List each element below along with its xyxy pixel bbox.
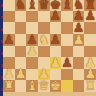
square-c5[interactable]: ♟ xyxy=(26,34,38,46)
square-d2[interactable]: ♟ xyxy=(38,69,50,81)
square-h3[interactable]: ♟ xyxy=(84,57,96,69)
square-b5[interactable] xyxy=(15,34,27,46)
square-f8[interactable]: ♝ xyxy=(61,0,73,11)
piece-black-pawn[interactable]: ♟ xyxy=(50,9,62,22)
square-f6[interactable] xyxy=(61,22,73,34)
piece-black-knight[interactable]: ♞ xyxy=(73,0,85,11)
square-f5[interactable] xyxy=(61,34,73,46)
rank-label-6: 6 xyxy=(0,24,3,36)
chess-board: 87654321 ♞♝♛♚♝♞♜♟♟♟♟♟♟♞♟♟♟♟♟♟♟♟♟♟♜♝♛♚♜ xyxy=(0,0,96,96)
piece-white-pawn[interactable]: ♟ xyxy=(15,67,27,80)
square-g8[interactable]: ♞ xyxy=(73,0,85,11)
piece-black-pawn[interactable]: ♟ xyxy=(84,9,96,22)
square-h8[interactable]: ♜ xyxy=(84,0,96,11)
square-g5[interactable]: ♟ xyxy=(73,34,85,46)
board-squares: ♞♝♛♚♝♞♜♟♟♟♟♟♟♞♟♟♟♟♟♟♟♟♟♟♜♝♛♚♜ xyxy=(3,0,96,92)
piece-black-pawn[interactable]: ♟ xyxy=(73,21,85,34)
piece-black-king[interactable]: ♚ xyxy=(50,0,62,11)
square-b1[interactable] xyxy=(15,80,27,92)
piece-black-pawn[interactable]: ♟ xyxy=(26,33,38,46)
square-c8[interactable]: ♝ xyxy=(26,0,38,11)
square-c4[interactable]: ♟ xyxy=(26,46,38,58)
square-e7[interactable]: ♟ xyxy=(50,11,62,23)
square-f7[interactable] xyxy=(61,11,73,23)
rank-label-2: 2 xyxy=(0,72,3,84)
square-a2[interactable]: ♟ xyxy=(3,69,15,81)
rank-label-8: 8 xyxy=(0,0,3,12)
square-g7[interactable]: ♟ xyxy=(73,11,85,23)
piece-white-pawn[interactable]: ♟ xyxy=(73,33,85,46)
square-e3[interactable]: ♟ xyxy=(50,57,62,69)
piece-white-pawn[interactable]: ♟ xyxy=(84,67,96,80)
piece-white-pawn[interactable]: ♟ xyxy=(38,67,50,80)
square-a3[interactable] xyxy=(3,57,15,69)
square-e6[interactable] xyxy=(50,22,62,34)
square-c6[interactable] xyxy=(26,22,38,34)
square-c2[interactable] xyxy=(26,69,38,81)
square-d1[interactable]: ♛ xyxy=(38,80,50,92)
square-f3[interactable]: ♟ xyxy=(61,57,73,69)
square-d4[interactable] xyxy=(38,46,50,58)
square-b8[interactable]: ♞ xyxy=(15,0,27,11)
piece-black-pawn[interactable]: ♟ xyxy=(73,9,85,22)
piece-white-knight[interactable]: ♞ xyxy=(38,33,50,46)
square-b2[interactable]: ♟ xyxy=(15,69,27,81)
piece-white-king[interactable]: ♚ xyxy=(50,79,62,92)
piece-black-knight[interactable]: ♞ xyxy=(15,0,27,11)
square-h6[interactable] xyxy=(84,22,96,34)
square-g6[interactable]: ♟ xyxy=(73,22,85,34)
square-a6[interactable] xyxy=(3,22,15,34)
square-g1[interactable] xyxy=(73,80,85,92)
piece-white-pawn[interactable]: ♟ xyxy=(50,56,62,69)
piece-black-bishop[interactable]: ♝ xyxy=(26,0,38,11)
square-e4[interactable] xyxy=(50,46,62,58)
piece-black-bishop[interactable]: ♝ xyxy=(61,0,73,11)
square-e8[interactable]: ♚ xyxy=(50,0,62,11)
square-a5[interactable]: ♟ xyxy=(3,34,15,46)
piece-white-queen[interactable]: ♛ xyxy=(38,79,50,92)
square-h5[interactable] xyxy=(84,34,96,46)
square-a8[interactable] xyxy=(3,0,15,11)
rank-label-5: 5 xyxy=(0,36,3,48)
square-h7[interactable]: ♟ xyxy=(84,11,96,23)
square-b7[interactable] xyxy=(15,11,27,23)
square-d7[interactable] xyxy=(38,11,50,23)
square-e2[interactable] xyxy=(50,69,62,81)
square-e1[interactable]: ♚ xyxy=(50,80,62,92)
piece-black-queen[interactable]: ♛ xyxy=(38,0,50,11)
rank-label-7: 7 xyxy=(0,12,3,24)
square-b4[interactable] xyxy=(15,46,27,58)
piece-white-bishop[interactable]: ♝ xyxy=(26,79,38,92)
square-c1[interactable]: ♝ xyxy=(26,80,38,92)
square-f2[interactable] xyxy=(61,69,73,81)
square-d8[interactable]: ♛ xyxy=(38,0,50,11)
square-h1[interactable]: ♜ xyxy=(84,80,96,92)
square-g4[interactable] xyxy=(73,46,85,58)
square-g2[interactable] xyxy=(73,69,85,81)
square-e5[interactable]: ♟ xyxy=(50,34,62,46)
square-a1[interactable]: ♜ xyxy=(3,80,15,92)
piece-black-pawn[interactable]: ♟ xyxy=(3,33,15,46)
square-h2[interactable]: ♟ xyxy=(84,69,96,81)
square-d6[interactable] xyxy=(38,22,50,34)
piece-white-pawn[interactable]: ♟ xyxy=(3,67,15,80)
piece-black-pawn[interactable]: ♟ xyxy=(50,33,62,46)
square-g3[interactable] xyxy=(73,57,85,69)
square-c7[interactable] xyxy=(26,11,38,23)
square-b3[interactable] xyxy=(15,57,27,69)
square-a7[interactable] xyxy=(3,11,15,23)
square-c3[interactable] xyxy=(26,57,38,69)
piece-black-rook[interactable]: ♜ xyxy=(84,0,96,11)
piece-white-pawn[interactable]: ♟ xyxy=(26,44,38,57)
board-border-bottom xyxy=(3,92,96,96)
square-h4[interactable] xyxy=(84,46,96,58)
square-f1[interactable] xyxy=(61,80,73,92)
square-d5[interactable]: ♞ xyxy=(38,34,50,46)
rank-label-1: 1 xyxy=(0,84,3,96)
square-b6[interactable] xyxy=(15,22,27,34)
piece-white-pawn[interactable]: ♟ xyxy=(84,56,96,69)
piece-black-pawn[interactable]: ♟ xyxy=(61,56,73,69)
square-f4[interactable] xyxy=(61,46,73,58)
square-d3[interactable] xyxy=(38,57,50,69)
rank-label-3: 3 xyxy=(0,60,3,72)
piece-white-rook[interactable]: ♜ xyxy=(3,79,15,92)
board-border-left: 87654321 xyxy=(0,0,3,96)
rank-label-4: 4 xyxy=(0,48,3,60)
piece-white-rook[interactable]: ♜ xyxy=(84,79,96,92)
square-a4[interactable] xyxy=(3,46,15,58)
